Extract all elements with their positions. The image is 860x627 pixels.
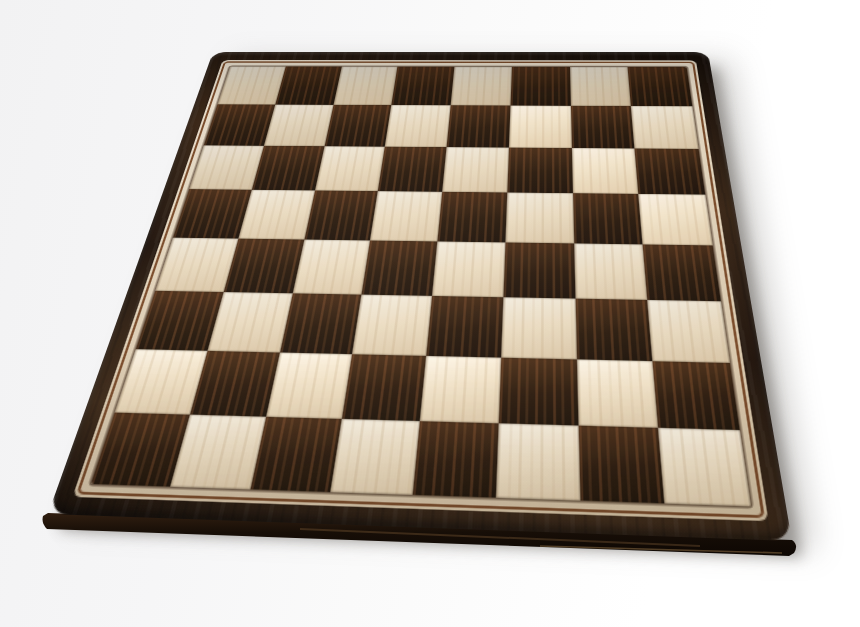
square-f2[interactable] [498, 357, 578, 426]
square-e1[interactable] [413, 421, 499, 497]
square-g3[interactable] [575, 298, 653, 360]
square-d5[interactable] [370, 191, 442, 241]
square-c6[interactable] [314, 146, 385, 191]
square-h2[interactable] [653, 361, 740, 431]
square-g5[interactable] [572, 193, 642, 244]
square-h3[interactable] [647, 300, 729, 363]
square-g4[interactable] [574, 243, 648, 299]
square-e6[interactable] [442, 147, 509, 193]
square-e2[interactable] [420, 355, 501, 423]
square-h6[interactable] [635, 148, 706, 195]
square-b5[interactable] [238, 190, 314, 240]
square-h4[interactable] [643, 244, 721, 301]
square-d8[interactable] [392, 67, 455, 105]
square-a8[interactable] [218, 66, 286, 104]
board-grid [91, 66, 751, 506]
square-f5[interactable] [505, 193, 573, 244]
square-f1[interactable] [496, 424, 580, 501]
square-b6[interactable] [251, 145, 324, 190]
square-g7[interactable] [570, 106, 634, 148]
square-h8[interactable] [628, 67, 693, 106]
square-c4[interactable] [292, 240, 370, 295]
square-d7[interactable] [385, 105, 451, 147]
square-e8[interactable] [451, 67, 512, 106]
square-f7[interactable] [509, 105, 572, 147]
square-f4[interactable] [503, 242, 575, 298]
square-d6[interactable] [378, 146, 447, 192]
square-g6[interactable] [571, 148, 638, 194]
square-c5[interactable] [304, 191, 378, 241]
square-f8[interactable] [510, 67, 570, 106]
square-b4[interactable] [223, 239, 303, 293]
square-c3[interactable] [279, 293, 361, 354]
square-d4[interactable] [362, 240, 438, 295]
square-h5[interactable] [639, 194, 713, 245]
square-c8[interactable] [333, 67, 398, 105]
square-e7[interactable] [447, 105, 511, 147]
square-c2[interactable] [265, 352, 352, 419]
square-e3[interactable] [426, 296, 503, 357]
scene [0, 0, 860, 627]
square-g8[interactable] [569, 67, 631, 106]
square-c7[interactable] [324, 105, 391, 147]
square-e4[interactable] [432, 241, 505, 297]
square-g2[interactable] [576, 359, 658, 428]
square-e5[interactable] [437, 192, 507, 242]
square-d3[interactable] [352, 294, 432, 355]
square-b7[interactable] [264, 104, 333, 145]
square-d1[interactable] [331, 419, 420, 495]
square-h1[interactable] [658, 428, 751, 506]
square-b8[interactable] [275, 67, 341, 105]
square-c1[interactable] [250, 417, 342, 492]
square-f6[interactable] [507, 147, 572, 193]
square-g1[interactable] [578, 426, 665, 504]
square-d2[interactable] [342, 354, 426, 422]
square-f3[interactable] [501, 297, 576, 359]
square-h7[interactable] [631, 106, 698, 149]
